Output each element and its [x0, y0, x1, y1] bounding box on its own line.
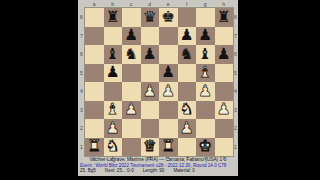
square-e1[interactable]: ♜ [159, 138, 178, 157]
square-c1[interactable] [122, 138, 141, 157]
square-h8[interactable]: ♜ [215, 8, 234, 27]
square-h4[interactable] [215, 82, 234, 101]
square-a2[interactable] [85, 119, 104, 138]
coord-label: 5 [234, 70, 237, 76]
game-length: Length: 90 [143, 168, 165, 173]
coord-label: e [167, 0, 170, 8]
black-rook: ♜ [106, 9, 120, 25]
coord-label: 1 [80, 144, 83, 150]
black-bishop: ♝ [106, 46, 120, 62]
white-bishop: ♝ [106, 102, 120, 118]
black-bishop: ♝ [198, 46, 212, 62]
square-d6[interactable]: ♟ [141, 45, 160, 64]
black-pawn: ♟ [161, 65, 175, 81]
square-f4[interactable] [178, 82, 197, 101]
square-f6[interactable]: ♞ [178, 45, 197, 64]
coord-label: h [222, 0, 225, 8]
coord-label: d [148, 0, 151, 8]
next-move: Next: 25... 0-0 [105, 168, 134, 173]
coord-label: g [204, 0, 207, 8]
event-link[interactable]: Event : World Blitz 2022 Tournament u28 … [80, 163, 236, 168]
square-e7[interactable] [159, 27, 178, 46]
white-knight: ♞ [180, 102, 194, 118]
square-e4[interactable]: ♟ [159, 82, 178, 101]
coord-label: c [130, 0, 133, 8]
square-c8[interactable] [122, 8, 141, 27]
white-pawn: ♟ [106, 120, 120, 136]
square-e6[interactable] [159, 45, 178, 64]
square-h7[interactable] [215, 27, 234, 46]
square-g8[interactable] [196, 8, 215, 27]
players-result-line: Vachier-Lagrave, Maxime (FRA) — Caruana,… [78, 157, 238, 162]
coord-label: b [111, 0, 114, 8]
black-pawn: ♟ [124, 28, 138, 44]
black-rook: ♜ [217, 9, 231, 25]
coord-label: 3 [80, 107, 83, 113]
square-f7[interactable]: ♟ [178, 27, 197, 46]
square-g5[interactable]: ♝ [196, 64, 215, 83]
square-a8[interactable] [85, 8, 104, 27]
square-h3[interactable]: ♟ [215, 101, 234, 120]
black-king: ♚ [161, 9, 175, 25]
square-a7[interactable] [85, 27, 104, 46]
square-f2[interactable]: ♟ [178, 119, 197, 138]
square-e5[interactable]: ♟ [159, 64, 178, 83]
coord-label: 8 [234, 14, 237, 20]
white-pawn: ♟ [180, 120, 194, 136]
square-c5[interactable] [122, 64, 141, 83]
square-a4[interactable] [85, 82, 104, 101]
square-h1[interactable] [215, 138, 234, 157]
file-labels-top: abcdefgh [85, 0, 233, 8]
square-e2[interactable] [159, 119, 178, 138]
square-a1[interactable]: ♜ [85, 138, 104, 157]
coord-label: 1 [234, 144, 237, 150]
square-d2[interactable] [141, 119, 160, 138]
coord-label: 4 [80, 88, 83, 94]
square-f1[interactable] [178, 138, 197, 157]
coord-label: f [186, 0, 187, 8]
white-pawn: ♟ [161, 83, 175, 99]
coord-label: 4 [234, 88, 237, 94]
square-c6[interactable]: ♞ [122, 45, 141, 64]
square-g4[interactable]: ♟ [196, 82, 215, 101]
square-g7[interactable]: ♟ [196, 27, 215, 46]
square-g6[interactable]: ♝ [196, 45, 215, 64]
last-move: 25. Bg5 [80, 168, 96, 173]
square-b4[interactable] [104, 82, 123, 101]
square-f5[interactable] [178, 64, 197, 83]
square-b5[interactable]: ♟ [104, 64, 123, 83]
coord-label: 3 [234, 107, 237, 113]
white-knight: ♞ [106, 139, 120, 155]
square-d5[interactable] [141, 64, 160, 83]
square-d7[interactable] [141, 27, 160, 46]
black-pawn: ♟ [198, 28, 212, 44]
coord-label: 6 [234, 51, 237, 57]
square-f8[interactable] [178, 8, 197, 27]
move-status-line: 25. Bg5 Next: 25... 0-0 Length: 90 Mater… [80, 168, 195, 173]
white-pawn: ♟ [143, 83, 157, 99]
square-a6[interactable] [85, 45, 104, 64]
square-c3[interactable]: ♟ [122, 101, 141, 120]
square-g1[interactable]: ♚ [196, 138, 215, 157]
square-b6[interactable]: ♝ [104, 45, 123, 64]
coord-label: 8 [80, 14, 83, 20]
white-bishop: ♝ [198, 65, 212, 81]
black-queen: ♛ [143, 9, 157, 25]
white-pawn: ♟ [217, 102, 231, 118]
coord-label: 7 [234, 33, 237, 39]
rank-labels-right: 87654321 [233, 8, 238, 156]
rank-labels-left: 87654321 [78, 8, 85, 156]
coord-label: 7 [80, 33, 83, 39]
square-c2[interactable] [122, 119, 141, 138]
square-a5[interactable] [85, 64, 104, 83]
square-g3[interactable] [196, 101, 215, 120]
black-pawn: ♟ [143, 46, 157, 62]
chess-board: ♜♛♚♜♟♟♟♝♞♟♞♝♟♟♟♝♟♟♟♝♟♞♟♟♟♜♞♛♜♚ [85, 8, 233, 156]
material-balance: Material: 0 [173, 168, 194, 173]
square-f3[interactable]: ♞ [178, 101, 197, 120]
square-e3[interactable] [159, 101, 178, 120]
square-d1[interactable]: ♛ [141, 138, 160, 157]
square-c7[interactable]: ♟ [122, 27, 141, 46]
square-c4[interactable] [122, 82, 141, 101]
black-knight: ♞ [124, 46, 138, 62]
square-b3[interactable]: ♝ [104, 101, 123, 120]
coord-label: 5 [80, 70, 83, 76]
black-pawn: ♟ [180, 28, 194, 44]
coord-label: a [93, 0, 96, 8]
white-rook: ♜ [87, 139, 101, 155]
square-b8[interactable]: ♜ [104, 8, 123, 27]
square-e8[interactable]: ♚ [159, 8, 178, 27]
square-h5[interactable] [215, 64, 234, 83]
square-d8[interactable]: ♛ [141, 8, 160, 27]
square-d4[interactable]: ♟ [141, 82, 160, 101]
square-d3[interactable] [141, 101, 160, 120]
black-pawn: ♟ [217, 46, 231, 62]
coord-label: 2 [234, 125, 237, 131]
board-panel: abcdefgh 87654321 ♜♛♚♜♟♟♟♝♞♟♞♝♟♟♟♝♟♟♟♝♟♞… [78, 0, 238, 176]
black-pawn: ♟ [106, 65, 120, 81]
white-queen: ♛ [143, 139, 157, 155]
square-g2[interactable] [196, 119, 215, 138]
white-pawn: ♟ [198, 83, 212, 99]
square-h2[interactable] [215, 119, 234, 138]
coord-label: 6 [80, 51, 83, 57]
square-b1[interactable]: ♞ [104, 138, 123, 157]
square-b2[interactable]: ♟ [104, 119, 123, 138]
square-b7[interactable] [104, 27, 123, 46]
coord-label: 2 [80, 125, 83, 131]
white-king: ♚ [198, 139, 212, 155]
white-rook: ♜ [161, 139, 175, 155]
black-knight: ♞ [180, 46, 194, 62]
square-a3[interactable] [85, 101, 104, 120]
white-pawn: ♟ [124, 102, 138, 118]
square-h6[interactable]: ♟ [215, 45, 234, 64]
